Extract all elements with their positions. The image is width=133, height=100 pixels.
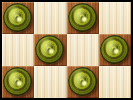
green-checker-piece[interactable] xyxy=(100,35,129,64)
green-checker-piece[interactable] xyxy=(35,35,64,64)
dark-square[interactable] xyxy=(2,2,34,34)
dark-square[interactable] xyxy=(67,66,99,98)
green-checker-piece[interactable] xyxy=(68,67,97,96)
light-square[interactable] xyxy=(67,34,99,66)
dark-square[interactable] xyxy=(99,34,131,66)
light-square[interactable] xyxy=(2,34,34,66)
light-square[interactable] xyxy=(99,2,131,34)
dark-square[interactable] xyxy=(2,66,34,98)
green-checker-piece[interactable] xyxy=(3,67,32,96)
light-square[interactable] xyxy=(34,66,66,98)
light-square[interactable] xyxy=(99,66,131,98)
light-square[interactable] xyxy=(34,2,66,34)
green-checker-piece[interactable] xyxy=(3,3,32,32)
dark-square[interactable] xyxy=(67,2,99,34)
green-checker-piece[interactable] xyxy=(68,3,97,32)
dark-square[interactable] xyxy=(34,34,66,66)
checkers-board xyxy=(0,0,133,100)
